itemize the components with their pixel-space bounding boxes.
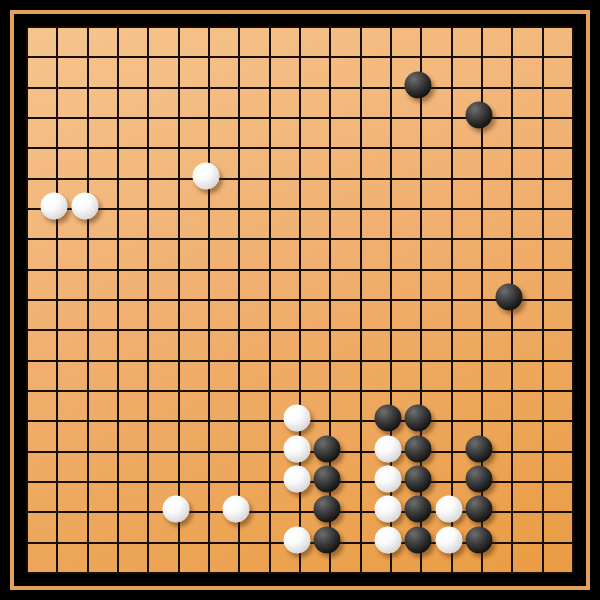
stone-white[interactable] (284, 435, 311, 462)
stone-white[interactable] (284, 466, 311, 493)
stone-black[interactable] (405, 405, 432, 432)
stone-white[interactable] (375, 496, 402, 523)
stone-white[interactable] (375, 435, 402, 462)
stone-black[interactable] (314, 496, 341, 523)
go-board-screenshot (0, 0, 600, 600)
stone-white[interactable] (284, 405, 311, 432)
stone-white[interactable] (435, 526, 462, 553)
grid-hline (26, 299, 574, 301)
grid-vline (360, 26, 362, 574)
stone-black[interactable] (314, 526, 341, 553)
stone-black[interactable] (466, 466, 493, 493)
stone-white[interactable] (375, 526, 402, 553)
stone-white[interactable] (193, 162, 220, 189)
stone-black[interactable] (375, 405, 402, 432)
stone-black[interactable] (466, 496, 493, 523)
stone-white[interactable] (71, 193, 98, 220)
grid-vline (572, 26, 574, 574)
stone-black[interactable] (466, 102, 493, 129)
stone-black[interactable] (466, 526, 493, 553)
stone-white[interactable] (41, 193, 68, 220)
grid-hline (26, 360, 574, 362)
stone-black[interactable] (405, 435, 432, 462)
stone-black[interactable] (314, 435, 341, 462)
grid-hline (26, 572, 574, 574)
stone-black[interactable] (405, 71, 432, 98)
stone-white[interactable] (435, 496, 462, 523)
stone-black[interactable] (496, 284, 523, 311)
stone-black[interactable] (405, 496, 432, 523)
grid-hline (26, 390, 574, 392)
stone-white[interactable] (284, 526, 311, 553)
stone-white[interactable] (223, 496, 250, 523)
stone-white[interactable] (162, 496, 189, 523)
go-board[interactable] (27, 27, 573, 573)
grid-hline (26, 329, 574, 331)
stone-black[interactable] (466, 435, 493, 462)
grid-vline (542, 26, 544, 574)
stone-black[interactable] (314, 466, 341, 493)
stone-white[interactable] (375, 466, 402, 493)
grid-vline (451, 26, 453, 574)
stone-black[interactable] (405, 526, 432, 553)
stone-black[interactable] (405, 466, 432, 493)
